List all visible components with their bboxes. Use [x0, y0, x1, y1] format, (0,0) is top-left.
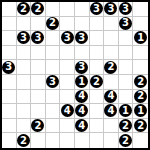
cell-r6c6[interactable]	[90, 90, 105, 105]
cell-r7c9[interactable]: 1	[133, 104, 148, 119]
cell-r7c0[interactable]	[2, 104, 17, 119]
cell-r3c4[interactable]	[60, 46, 75, 61]
cell-r2c5[interactable]: 3	[75, 31, 90, 46]
cell-r3c5[interactable]	[75, 46, 90, 61]
cell-r9c7[interactable]	[104, 133, 119, 148]
cell-r4c9[interactable]	[133, 60, 148, 75]
cell-r5c7[interactable]	[104, 75, 119, 90]
cell-r0c3[interactable]	[46, 2, 61, 17]
cell-r6c9[interactable]: 2	[133, 90, 148, 105]
cell-r9c3[interactable]	[46, 133, 61, 148]
cell-r1c0[interactable]	[2, 17, 17, 32]
cell-r1c8[interactable]: 3	[119, 17, 134, 32]
clue-circle: 1	[134, 104, 147, 117]
cell-r5c9[interactable]: 2	[133, 75, 148, 90]
cell-r0c7[interactable]: 3	[104, 2, 119, 17]
cell-r1c4[interactable]	[60, 17, 75, 32]
clue-circle: 3	[61, 31, 74, 44]
clue-circle: 3	[75, 61, 88, 74]
cell-r8c8[interactable]: 2	[119, 119, 134, 134]
clue-circle: 3	[2, 61, 15, 74]
cell-r8c3[interactable]	[46, 119, 61, 134]
cell-r2c1[interactable]: 3	[17, 31, 32, 46]
clue-circle: 2	[119, 134, 132, 147]
cell-r4c1[interactable]	[17, 60, 32, 75]
cell-r9c5[interactable]	[75, 133, 90, 148]
cell-r8c5[interactable]: 4	[75, 119, 90, 134]
cell-r0c2[interactable]: 2	[31, 2, 46, 17]
clue-circle: 2	[31, 119, 44, 132]
cell-r8c0[interactable]	[2, 119, 17, 134]
cell-r1c9[interactable]	[133, 17, 148, 32]
cell-r2c4[interactable]: 3	[60, 31, 75, 46]
cell-r3c1[interactable]	[17, 46, 32, 61]
cell-r4c8[interactable]	[119, 60, 134, 75]
cell-r2c3[interactable]	[46, 31, 61, 46]
cell-r9c4[interactable]	[60, 133, 75, 148]
cell-r9c0[interactable]	[2, 133, 17, 148]
clue-circle: 3	[75, 31, 88, 44]
clue-circle: 3	[90, 2, 103, 15]
cell-r7c7[interactable]: 4	[104, 104, 119, 119]
cell-r7c5[interactable]: 4	[75, 104, 90, 119]
cell-r5c0[interactable]	[2, 75, 17, 90]
cell-r6c8[interactable]	[119, 90, 134, 105]
cell-r4c4[interactable]	[60, 60, 75, 75]
cell-r0c9[interactable]	[133, 2, 148, 17]
cell-r4c5[interactable]: 3	[75, 60, 90, 75]
cell-r2c9[interactable]: 1	[133, 31, 148, 46]
cell-r3c3[interactable]	[46, 46, 61, 61]
cell-r5c2[interactable]	[31, 75, 46, 90]
cell-r3c8[interactable]	[119, 46, 134, 61]
clue-circle: 3	[31, 31, 44, 44]
cell-r3c9[interactable]	[133, 46, 148, 61]
clue-circle: 3	[119, 17, 132, 30]
clue-circle: 2	[17, 134, 30, 147]
cell-r8c2[interactable]: 2	[31, 119, 46, 134]
cell-r9c1[interactable]: 2	[17, 133, 32, 148]
cell-r9c8[interactable]: 2	[119, 133, 134, 148]
clue-circle: 2	[134, 119, 147, 132]
cell-r8c9[interactable]: 2	[133, 119, 148, 134]
clue-circle: 3	[119, 2, 132, 15]
cell-r4c0[interactable]: 3	[2, 60, 17, 75]
cell-r5c5[interactable]: 1	[75, 75, 90, 90]
clue-circle: 2	[104, 61, 117, 74]
cell-r4c7[interactable]: 2	[104, 60, 119, 75]
cell-r7c3[interactable]	[46, 104, 61, 119]
cell-r5c8[interactable]	[119, 75, 134, 90]
cell-r4c2[interactable]	[31, 60, 46, 75]
cell-r6c5[interactable]: 4	[75, 90, 90, 105]
cell-r7c8[interactable]: 1	[119, 104, 134, 119]
cell-r3c2[interactable]	[31, 46, 46, 61]
cell-r3c0[interactable]	[2, 46, 17, 61]
cell-r6c3[interactable]	[46, 90, 61, 105]
cell-r7c4[interactable]: 4	[60, 104, 75, 119]
clue-circle: 2	[119, 119, 132, 132]
cell-r5c6[interactable]: 2	[90, 75, 105, 90]
cell-r4c3[interactable]	[46, 60, 61, 75]
clue-circle: 4	[61, 104, 74, 117]
cell-r5c4[interactable]	[60, 75, 75, 90]
clue-circle: 4	[75, 90, 88, 103]
cell-r2c6[interactable]	[90, 31, 105, 46]
cell-r1c1[interactable]	[17, 17, 32, 32]
cell-r1c7[interactable]	[104, 17, 119, 32]
cell-r3c6[interactable]	[90, 46, 105, 61]
cell-r6c4[interactable]	[60, 90, 75, 105]
clue-circle: 3	[17, 31, 30, 44]
cell-r2c0[interactable]	[2, 31, 17, 46]
clue-circle: 1	[75, 75, 88, 88]
clue-circle: 2	[31, 2, 44, 15]
puzzle-board: 223332333331332312244244411242222	[0, 0, 150, 150]
cell-r2c7[interactable]	[104, 31, 119, 46]
clue-circle: 2	[17, 2, 30, 15]
cell-r6c7[interactable]: 4	[104, 90, 119, 105]
cell-r5c3[interactable]: 3	[46, 75, 61, 90]
clue-circle: 4	[75, 119, 88, 132]
cell-r9c9[interactable]	[133, 133, 148, 148]
cell-r7c6[interactable]	[90, 104, 105, 119]
cell-r0c4[interactable]	[60, 2, 75, 17]
cell-r1c6[interactable]	[90, 17, 105, 32]
cell-r9c2[interactable]	[31, 133, 46, 148]
clue-circle: 2	[90, 75, 103, 88]
cell-r2c8[interactable]	[119, 31, 134, 46]
clue-circle: 4	[104, 104, 117, 117]
cell-r4c6[interactable]	[90, 60, 105, 75]
cell-r1c2[interactable]	[31, 17, 46, 32]
cell-r8c7[interactable]	[104, 119, 119, 134]
cell-r7c2[interactable]	[31, 104, 46, 119]
cell-r6c1[interactable]	[17, 90, 32, 105]
clue-circle: 3	[46, 75, 59, 88]
cell-r0c1[interactable]: 2	[17, 2, 32, 17]
cell-r9c6[interactable]	[90, 133, 105, 148]
clue-circle: 1	[134, 31, 147, 44]
cell-r6c0[interactable]	[2, 90, 17, 105]
cell-r3c7[interactable]	[104, 46, 119, 61]
cell-r7c1[interactable]	[17, 104, 32, 119]
cell-r2c2[interactable]: 3	[31, 31, 46, 46]
cell-r8c4[interactable]	[60, 119, 75, 134]
cell-r1c3[interactable]: 2	[46, 17, 61, 32]
cell-r0c6[interactable]: 3	[90, 2, 105, 17]
cell-r5c1[interactable]	[17, 75, 32, 90]
clue-circle: 2	[134, 75, 147, 88]
cell-r6c2[interactable]	[31, 90, 46, 105]
clue-circle: 4	[75, 104, 88, 117]
clue-circle: 4	[104, 90, 117, 103]
cell-r0c0[interactable]	[2, 2, 17, 17]
clue-circle: 1	[119, 104, 132, 117]
clue-circle: 2	[46, 17, 59, 30]
cell-r1c5[interactable]	[75, 17, 90, 32]
clue-circle: 2	[134, 90, 147, 103]
cell-r0c5[interactable]	[75, 2, 90, 17]
cell-r8c6[interactable]	[90, 119, 105, 134]
cell-r8c1[interactable]	[17, 119, 32, 134]
cell-r0c8[interactable]: 3	[119, 2, 134, 17]
clue-circle: 3	[104, 2, 117, 15]
